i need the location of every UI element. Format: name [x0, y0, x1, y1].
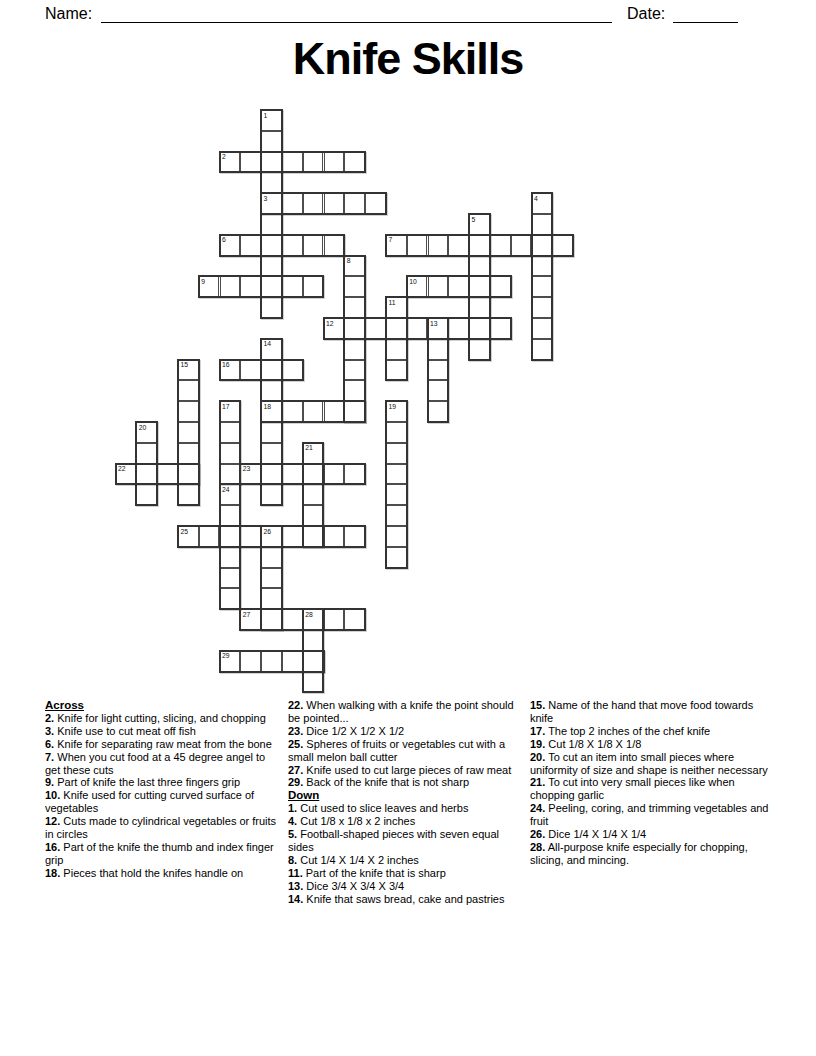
grid-cell[interactable]: [282, 193, 303, 214]
clue-item: 25. Spheres of fruits or vegetables cut …: [288, 738, 525, 764]
grid-cell[interactable]: [303, 401, 324, 422]
grid-cell[interactable]: [490, 318, 511, 339]
grid-cell[interactable]: [157, 464, 178, 485]
clue-number: 3: [264, 195, 268, 202]
grid-cell[interactable]: [136, 484, 157, 505]
grid-cell[interactable]: [428, 276, 449, 297]
grid-cell[interactable]: [303, 672, 324, 693]
clue-item: 20. To cut an item into small pieces whe…: [530, 751, 772, 777]
grid-cell[interactable]: [532, 256, 553, 277]
clue-number: 1: [264, 112, 268, 119]
clue-item: 16. Part of the knife the thumb and inde…: [45, 841, 283, 867]
grid-cell[interactable]: [324, 609, 345, 630]
clues-column-3: 15. Name of the hand that move food towa…: [530, 699, 772, 867]
clue-item: 29. Back of the knife that is not sharp: [288, 776, 525, 789]
clue-item: 24. Peeling, coring, and trimming vegeta…: [530, 802, 772, 828]
grid-cell[interactable]: [303, 152, 324, 173]
grid-cell[interactable]: [261, 152, 282, 173]
grid-cell[interactable]: [469, 318, 490, 339]
clue-item: 23. Dice 1/2 X 1/2 X 1/2: [288, 725, 525, 738]
grid-cell[interactable]: [448, 318, 469, 339]
clue-number: 28: [305, 611, 313, 618]
grid-cell[interactable]: [448, 235, 469, 256]
grid-cell[interactable]: [220, 422, 241, 443]
grid-cell[interactable]: [469, 276, 490, 297]
clue-item: 21. To cut into very small pieces like w…: [530, 776, 772, 802]
grid-cell[interactable]: [240, 360, 261, 381]
clue-item: 14. Knife that saws bread, cake and past…: [288, 893, 525, 906]
grid-cell[interactable]: [240, 276, 261, 297]
grid-cell[interactable]: [344, 276, 365, 297]
grid-cell[interactable]: [344, 297, 365, 318]
clue-number: 22: [118, 465, 126, 472]
grid-cell[interactable]: [407, 235, 428, 256]
grid-cell[interactable]: [469, 235, 490, 256]
grid-cell[interactable]: [344, 609, 365, 630]
grid-cell[interactable]: [261, 380, 282, 401]
clue-number: 2: [222, 153, 226, 160]
grid-cell[interactable]: [282, 609, 303, 630]
grid-cell[interactable]: [386, 464, 407, 485]
grid-cell[interactable]: [532, 235, 553, 256]
grid-cell[interactable]: [303, 526, 324, 547]
grid-cell[interactable]: [324, 152, 345, 173]
grid-cell[interactable]: [220, 276, 241, 297]
grid-cell[interactable]: [386, 360, 407, 381]
grid-cell[interactable]: [282, 235, 303, 256]
grid-cell[interactable]: [261, 547, 282, 568]
page-title: Knife Skills: [0, 33, 816, 85]
clue-item: 26. Dice 1/4 X 1/4 X 1/4: [530, 828, 772, 841]
clue-number: 13: [430, 320, 438, 327]
grid-cell[interactable]: [303, 235, 324, 256]
grid-cell[interactable]: [532, 339, 553, 360]
grid-cell[interactable]: [178, 443, 199, 464]
grid-cell[interactable]: [303, 464, 324, 485]
grid-cell[interactable]: [344, 526, 365, 547]
clue-number: 20: [139, 424, 147, 431]
grid-cell[interactable]: [303, 505, 324, 526]
down-clues-list-2: 15. Name of the hand that move food towa…: [530, 699, 772, 867]
clue-item: 3. Knife use to cut meat off fish: [45, 725, 283, 738]
grid-cell[interactable]: [240, 235, 261, 256]
clue-item: 13. Dice 3/4 X 3/4 X 3/4: [288, 880, 525, 893]
grid-cell[interactable]: [511, 235, 532, 256]
grid-cell[interactable]: [261, 297, 282, 318]
clue-number: 21: [305, 444, 313, 451]
grid-cell[interactable]: [261, 443, 282, 464]
grid-cell[interactable]: [324, 235, 345, 256]
grid-cell[interactable]: [261, 214, 282, 235]
clue-number: 24: [222, 486, 230, 493]
clue-number: 27: [243, 611, 251, 618]
grid-cell[interactable]: [324, 526, 345, 547]
grid-cell[interactable]: [178, 484, 199, 505]
clue-item: 5. Football-shaped pieces with seven equ…: [288, 828, 525, 854]
grid-cell[interactable]: [261, 172, 282, 193]
grid-cell[interactable]: [365, 318, 386, 339]
grid-cell[interactable]: [428, 380, 449, 401]
across-header: Across: [45, 699, 283, 712]
grid-cell[interactable]: [344, 360, 365, 381]
grid-cell[interactable]: [282, 401, 303, 422]
grid-cell[interactable]: [303, 630, 324, 651]
grid-cell[interactable]: [261, 235, 282, 256]
grid-cell[interactable]: [407, 318, 428, 339]
grid-cell[interactable]: [240, 651, 261, 672]
clue-item: 6. Knife for separating raw meat from th…: [45, 738, 283, 751]
grid-cell[interactable]: [490, 276, 511, 297]
grid-cell[interactable]: [303, 484, 324, 505]
grid-cell[interactable]: [469, 297, 490, 318]
grid-cell[interactable]: [282, 464, 303, 485]
grid-cell[interactable]: [303, 193, 324, 214]
clue-number: 9: [201, 278, 205, 285]
grid-cell[interactable]: [282, 526, 303, 547]
grid-cell[interactable]: [136, 464, 157, 485]
clue-item: 22. When walking with a knife the point …: [288, 699, 525, 725]
clue-item: 27. Knife used to cut large pieces of ra…: [288, 764, 525, 777]
clue-item: 10. Knife used for cutting curved surfac…: [45, 789, 283, 815]
grid-cell[interactable]: [240, 526, 261, 547]
grid-cell[interactable]: [386, 443, 407, 464]
clue-number: 18: [264, 403, 272, 410]
clue-number: 15: [180, 361, 188, 368]
grid-cell[interactable]: [532, 276, 553, 297]
grid-cell[interactable]: [469, 339, 490, 360]
grid-cell[interactable]: [428, 339, 449, 360]
grid-cell[interactable]: [324, 401, 345, 422]
grid-cell[interactable]: [344, 152, 365, 173]
clue-item: 2. Knife for light cutting, slicing, and…: [45, 712, 283, 725]
down-clues-list-1: 1. Cut used to slice leaves and herbs4. …: [288, 802, 525, 905]
grid-cell[interactable]: [344, 193, 365, 214]
grid-cell[interactable]: [261, 131, 282, 152]
grid-cell[interactable]: [448, 276, 469, 297]
grid-cell[interactable]: [303, 276, 324, 297]
date-label: Date:: [627, 5, 665, 23]
grid-cell[interactable]: [282, 152, 303, 173]
grid-cell[interactable]: [386, 484, 407, 505]
grid-cell[interactable]: [386, 422, 407, 443]
grid-cell[interactable]: [386, 547, 407, 568]
grid-cell[interactable]: [344, 464, 365, 485]
grid-cell[interactable]: [261, 276, 282, 297]
crossword-grid: 1234567891011121314151617181920212223242…: [116, 110, 574, 693]
grid-cell[interactable]: [220, 526, 241, 547]
grid-cell[interactable]: [199, 526, 220, 547]
clue-number: 26: [264, 528, 272, 535]
grid-cell[interactable]: [261, 484, 282, 505]
grid-cell[interactable]: [178, 464, 199, 485]
grid-cell[interactable]: [324, 464, 345, 485]
grid-cell[interactable]: [261, 360, 282, 381]
name-line: [101, 7, 612, 23]
clue-item: 11. Part of the knife that is sharp: [288, 867, 525, 880]
grid-cell[interactable]: [261, 609, 282, 630]
grid-cell[interactable]: [261, 422, 282, 443]
grid-cell[interactable]: [240, 152, 261, 173]
grid-cell[interactable]: [282, 651, 303, 672]
grid-cell[interactable]: [261, 568, 282, 589]
grid-cell[interactable]: [261, 464, 282, 485]
grid-cell[interactable]: [178, 380, 199, 401]
grid-cell[interactable]: [220, 547, 241, 568]
clues-column-2: 22. When walking with a knife the point …: [288, 699, 525, 906]
name-label: Name:: [45, 5, 92, 23]
clue-number: 29: [222, 652, 230, 659]
grid-cell[interactable]: [344, 339, 365, 360]
clue-number: 10: [409, 278, 417, 285]
clue-item: 17. The top 2 inches of the chef knife: [530, 725, 772, 738]
clue-number: 6: [222, 236, 226, 243]
grid-cell[interactable]: [220, 464, 241, 485]
grid-cell[interactable]: [386, 318, 407, 339]
clue-item: 1. Cut used to slice leaves and herbs: [288, 802, 525, 815]
grid-cell[interactable]: [386, 339, 407, 360]
clue-item: 28. All-purpose knife especially for cho…: [530, 841, 772, 867]
grid-cell[interactable]: [261, 588, 282, 609]
grid-cell[interactable]: [220, 505, 241, 526]
worksheet-page: { "header": { "name_label": "Name:", "da…: [0, 0, 816, 1056]
clue-number: 11: [388, 299, 395, 306]
grid-cell[interactable]: [303, 651, 324, 672]
grid-cell[interactable]: [178, 401, 199, 422]
grid-cell[interactable]: [220, 568, 241, 589]
grid-cell[interactable]: [261, 651, 282, 672]
grid-cell[interactable]: [428, 401, 449, 422]
clue-number: 23: [243, 465, 251, 472]
grid-cell[interactable]: [220, 588, 241, 609]
grid-cell[interactable]: [282, 360, 303, 381]
clue-number: 16: [222, 361, 230, 368]
grid-cell[interactable]: [220, 443, 241, 464]
clue-item: 15. Name of the hand that move food towa…: [530, 699, 772, 725]
grid-cell[interactable]: [344, 401, 365, 422]
grid-cell[interactable]: [282, 276, 303, 297]
grid-cell[interactable]: [261, 256, 282, 277]
grid-cell[interactable]: [344, 318, 365, 339]
grid-cell[interactable]: [532, 297, 553, 318]
grid-cell[interactable]: [136, 443, 157, 464]
grid-cell[interactable]: [428, 360, 449, 381]
clue-item: 9. Part of knife the last three fingers …: [45, 776, 283, 789]
clue-number: 25: [180, 528, 188, 535]
clue-number: 14: [264, 340, 272, 347]
grid-cell[interactable]: [532, 318, 553, 339]
grid-cell[interactable]: [490, 235, 511, 256]
down-header: Down: [288, 789, 525, 802]
grid-cell[interactable]: [428, 235, 449, 256]
clue-item: 19. Cut 1/8 X 1/8 X 1/8: [530, 738, 772, 751]
grid-cell[interactable]: [532, 214, 553, 235]
clue-number: 12: [326, 320, 334, 327]
date-line: [673, 7, 738, 23]
grid-cell[interactable]: [386, 526, 407, 547]
clue-item: 8. Cut 1/4 X 1/4 X 2 inches: [288, 854, 525, 867]
clue-number: 8: [347, 257, 351, 264]
grid-cell[interactable]: [324, 193, 345, 214]
clue-number: 5: [472, 216, 476, 223]
clue-number: 19: [388, 403, 396, 410]
clues-column-1: Across 2. Knife for light cutting, slici…: [45, 699, 283, 880]
across-clues-list-2: 22. When walking with a knife the point …: [288, 699, 525, 789]
grid-cell[interactable]: [386, 505, 407, 526]
clue-item: 18. Pieces that hold the knifes handle o…: [45, 867, 283, 880]
grid-cell[interactable]: [365, 193, 386, 214]
grid-cell[interactable]: [344, 380, 365, 401]
clue-number: 4: [534, 195, 538, 202]
clue-item: 4. Cut 1/8 x 1/8 x 2 inches: [288, 815, 525, 828]
clue-item: 12. Cuts made to cylindrical vegetables …: [45, 815, 283, 841]
grid-cell[interactable]: [552, 235, 573, 256]
clue-item: 7. When you cut food at a 45 degree ange…: [45, 751, 283, 777]
clue-number: 17: [222, 403, 230, 410]
grid-cell[interactable]: [469, 256, 490, 277]
across-clues-list-1: 2. Knife for light cutting, slicing, and…: [45, 712, 283, 880]
clue-number: 7: [388, 236, 392, 243]
grid-cell[interactable]: [178, 422, 199, 443]
